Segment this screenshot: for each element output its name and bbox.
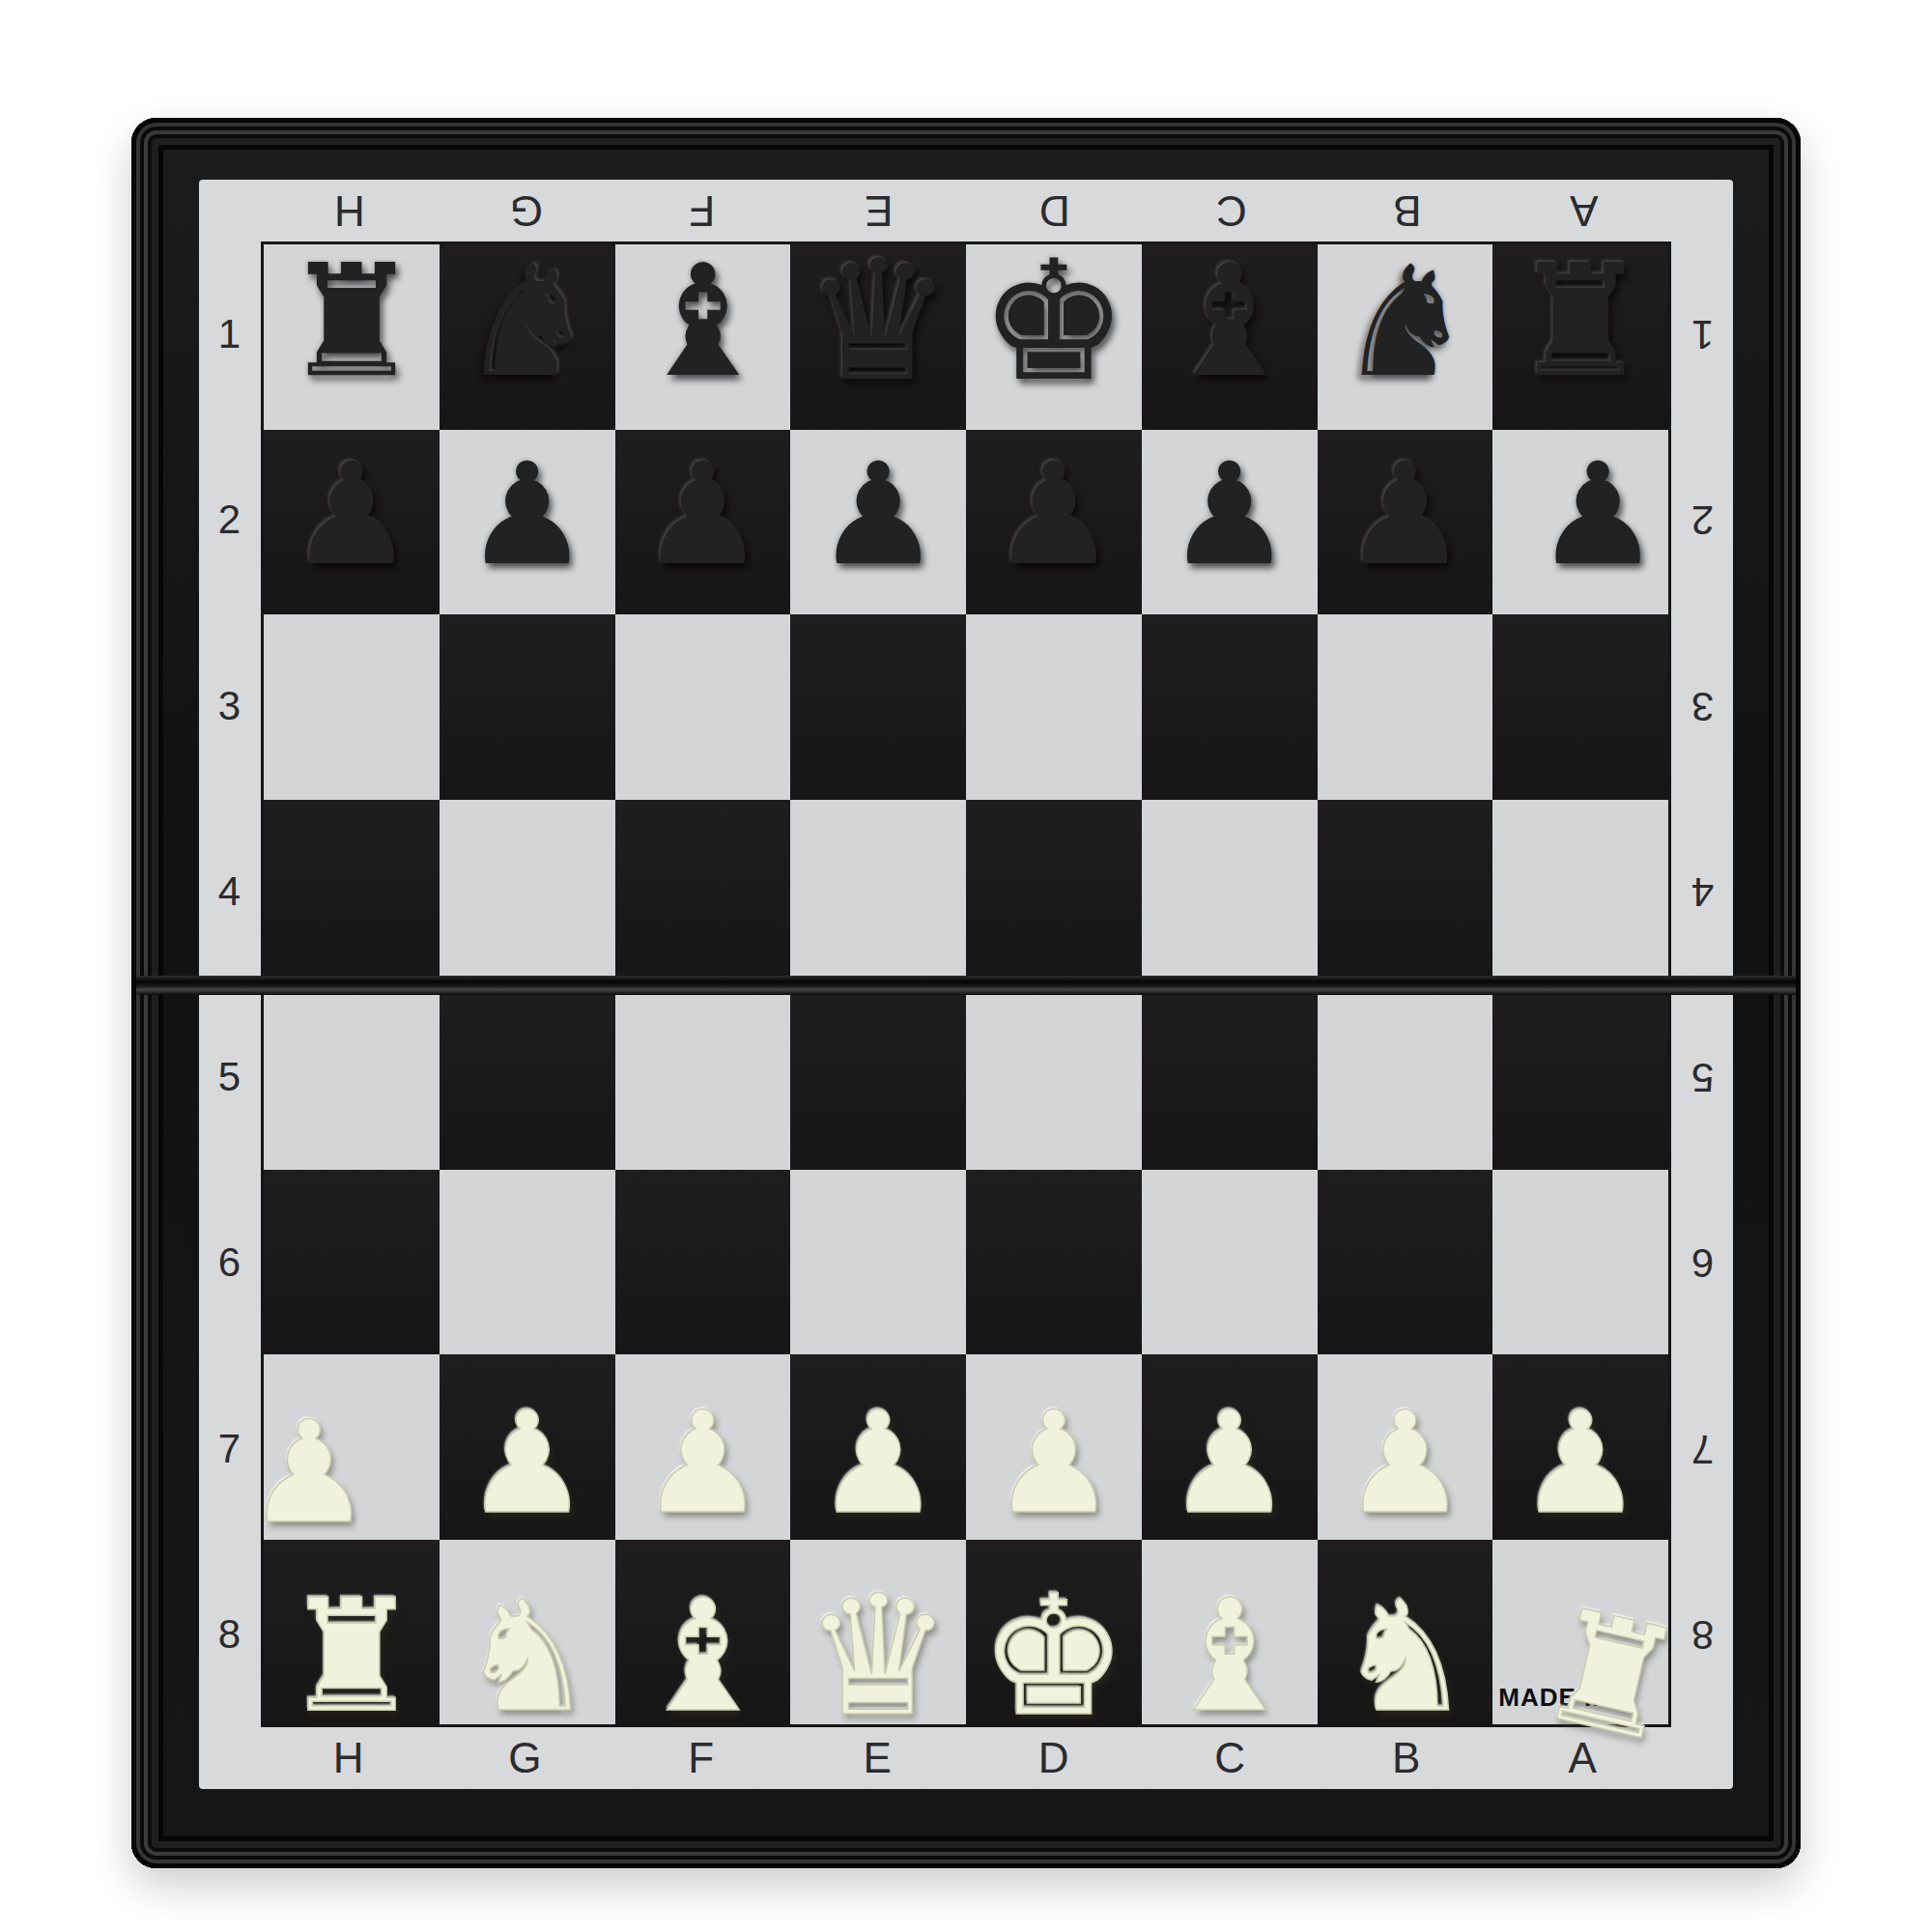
piece-white-pawn: ♟ xyxy=(990,1392,1117,1533)
square-b1: ♞ xyxy=(1318,244,1493,430)
square-a1: ♜ xyxy=(1492,244,1668,430)
piece-white-knight: ♞ xyxy=(1337,1580,1474,1733)
square-f3 xyxy=(615,614,791,800)
square-a4 xyxy=(1492,800,1668,985)
piece-white-pawn: ♟ xyxy=(1518,1392,1644,1533)
rank-label-right: 5 xyxy=(1671,984,1733,1170)
file-label-top: F xyxy=(613,180,790,241)
piece-white-bishop: ♝ xyxy=(634,1579,772,1734)
piece-white-pawn: ♟ xyxy=(464,1392,590,1533)
piece-black-pawn: ♟ xyxy=(288,443,414,584)
square-g1: ♞ xyxy=(440,244,615,430)
square-h5 xyxy=(264,984,440,1170)
piece-black-knight: ♞ xyxy=(1337,245,1474,398)
square-e6 xyxy=(790,1170,966,1355)
square-f6 xyxy=(615,1170,791,1355)
piece-black-pawn: ♟ xyxy=(1166,443,1293,584)
piece-black-queen: ♛ xyxy=(804,239,952,405)
file-label-top: D xyxy=(966,180,1143,241)
piece-black-bishop: ♝ xyxy=(634,244,772,399)
file-label-bottom: H xyxy=(261,1727,438,1789)
piece-black-knight: ♞ xyxy=(459,245,596,398)
piece-white-pawn: ♟ xyxy=(639,1392,766,1533)
square-c3 xyxy=(1142,614,1318,800)
square-d1: ♚ xyxy=(966,244,1142,430)
square-a8: MADE IN♜ xyxy=(1492,1540,1668,1725)
square-c1: ♝ xyxy=(1142,244,1318,430)
sheet-corner xyxy=(1671,1727,1733,1789)
square-h4 xyxy=(264,800,440,985)
rank-label-left: 6 xyxy=(199,1170,261,1355)
square-c2: ♟ xyxy=(1142,430,1318,615)
piece-black-pawn: ♟ xyxy=(464,443,590,584)
chess-board: HH11GG22FF33EE44DD55CC66BB77AA88♜♞♝♛♚♝♞♜… xyxy=(131,118,1801,1868)
square-b4 xyxy=(1318,800,1493,985)
file-label-top: A xyxy=(1495,180,1672,241)
square-h2: ♟ xyxy=(264,430,440,615)
square-c5 xyxy=(1142,984,1318,1170)
square-c7: ♟ xyxy=(1142,1354,1318,1540)
piece-black-pawn: ♟ xyxy=(1535,443,1662,584)
file-label-bottom: C xyxy=(1143,1727,1320,1789)
square-b7: ♟ xyxy=(1318,1354,1493,1540)
piece-black-pawn: ♟ xyxy=(990,443,1117,584)
file-label-top: G xyxy=(438,180,614,241)
square-e4 xyxy=(790,800,966,985)
square-e3 xyxy=(790,614,966,800)
fold-hinge xyxy=(136,976,1796,995)
square-d4 xyxy=(966,800,1142,985)
square-g8: ♞ xyxy=(440,1540,615,1725)
rank-label-left: 4 xyxy=(199,799,261,984)
rank-label-right: 8 xyxy=(1671,1542,1733,1727)
sheet-corner xyxy=(1671,180,1733,241)
square-a3 xyxy=(1492,614,1668,800)
rank-label-right: 4 xyxy=(1671,799,1733,984)
piece-white-queen: ♛ xyxy=(804,1574,952,1740)
piece-black-bishop: ♝ xyxy=(1160,244,1298,399)
square-f1: ♝ xyxy=(615,244,791,430)
square-h3 xyxy=(264,614,440,800)
square-g3 xyxy=(440,614,615,800)
file-label-top: H xyxy=(261,180,438,241)
square-h8: ♜ xyxy=(264,1540,440,1725)
piece-white-pawn: ♟ xyxy=(1166,1392,1293,1533)
square-g7: ♟ xyxy=(440,1354,615,1540)
piece-white-king: ♚ xyxy=(980,1574,1128,1740)
piece-black-rook: ♜ xyxy=(282,244,420,399)
rank-label-left: 3 xyxy=(199,613,261,799)
square-a2: ♟ xyxy=(1492,430,1668,615)
piece-black-pawn: ♟ xyxy=(639,443,766,584)
square-d6 xyxy=(966,1170,1142,1355)
rank-label-right: 2 xyxy=(1671,427,1733,612)
square-g2: ♟ xyxy=(440,430,615,615)
square-c8: ♝ xyxy=(1142,1540,1318,1725)
file-label-bottom: G xyxy=(438,1727,614,1789)
square-a7: ♟ xyxy=(1492,1354,1668,1540)
square-b2: ♟ xyxy=(1318,430,1493,615)
square-e2: ♟ xyxy=(790,430,966,615)
file-label-bottom: F xyxy=(613,1727,790,1789)
square-d8: ♚ xyxy=(966,1540,1142,1725)
piece-white-rook: ♜ xyxy=(282,1579,420,1734)
piece-black-pawn: ♟ xyxy=(1342,443,1468,584)
square-f5 xyxy=(615,984,791,1170)
square-d7: ♟ xyxy=(966,1354,1142,1540)
rank-label-right: 7 xyxy=(1671,1356,1733,1542)
piece-black-rook: ♜ xyxy=(1511,244,1649,399)
rank-label-left: 2 xyxy=(199,427,261,612)
rank-label-left: 7 xyxy=(199,1356,261,1542)
file-label-bottom: B xyxy=(1319,1727,1495,1789)
rank-label-left: 1 xyxy=(199,241,261,427)
file-label-bottom: A xyxy=(1495,1727,1672,1789)
square-e1: ♛ xyxy=(790,244,966,430)
square-b8: ♞ xyxy=(1318,1540,1493,1725)
square-f2: ♟ xyxy=(615,430,791,615)
square-h6 xyxy=(264,1170,440,1355)
piece-white-bishop: ♝ xyxy=(1160,1579,1298,1734)
rank-label-right: 3 xyxy=(1671,613,1733,799)
piece-white-pawn: ♟ xyxy=(815,1392,942,1533)
square-d2: ♟ xyxy=(966,430,1142,615)
square-a6 xyxy=(1492,1170,1668,1355)
piece-white-knight: ♞ xyxy=(459,1580,596,1733)
square-c4 xyxy=(1142,800,1318,985)
file-label-bottom: E xyxy=(790,1727,967,1789)
square-g5 xyxy=(440,984,615,1170)
square-b6 xyxy=(1318,1170,1493,1355)
square-b3 xyxy=(1318,614,1493,800)
sheet-corner xyxy=(199,1727,261,1789)
square-b5 xyxy=(1318,984,1493,1170)
product-photo: HH11GG22FF33EE44DD55CC66BB77AA88♜♞♝♛♚♝♞♜… xyxy=(0,0,1932,1932)
square-e7: ♟ xyxy=(790,1354,966,1540)
piece-black-king: ♚ xyxy=(980,239,1128,405)
file-label-bottom: D xyxy=(966,1727,1143,1789)
file-label-top: B xyxy=(1319,180,1495,241)
square-g4 xyxy=(440,800,615,985)
square-d3 xyxy=(966,614,1142,800)
piece-black-pawn: ♟ xyxy=(815,443,942,584)
square-f7: ♟ xyxy=(615,1354,791,1540)
square-c6 xyxy=(1142,1170,1318,1355)
square-a5 xyxy=(1492,984,1668,1170)
rank-label-right: 6 xyxy=(1671,1170,1733,1355)
file-label-top: E xyxy=(790,180,967,241)
square-d5 xyxy=(966,984,1142,1170)
rank-label-left: 5 xyxy=(199,984,261,1170)
square-f8: ♝ xyxy=(615,1540,791,1725)
square-e5 xyxy=(790,984,966,1170)
square-h1: ♜ xyxy=(264,244,440,430)
rank-label-right: 1 xyxy=(1671,241,1733,427)
piece-white-pawn: ♟ xyxy=(245,1402,372,1543)
square-f4 xyxy=(615,800,791,985)
square-g6 xyxy=(440,1170,615,1355)
made-in-label: MADE IN xyxy=(1498,1683,1611,1713)
piece-white-pawn: ♟ xyxy=(1342,1392,1468,1533)
square-h7: ♟ xyxy=(264,1354,440,1540)
sheet-corner xyxy=(199,180,261,241)
rank-label-left: 8 xyxy=(199,1542,261,1727)
file-label-top: C xyxy=(1143,180,1320,241)
square-e8: ♛ xyxy=(790,1540,966,1725)
